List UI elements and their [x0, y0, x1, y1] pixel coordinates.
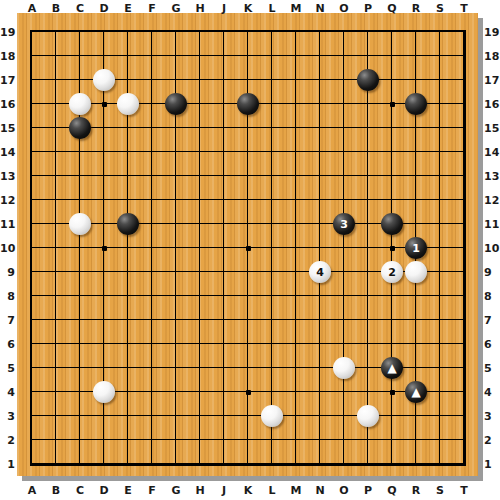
coord-left-13: 13 [0, 170, 15, 183]
coord-right-12: 12 [484, 194, 500, 207]
coord-right-5: 5 [484, 362, 500, 375]
coord-bottom-S: S [428, 484, 452, 497]
coord-bottom-K: K [236, 484, 260, 497]
coord-right-11: 11 [484, 218, 500, 231]
stone-R9-white[interactable] [405, 261, 427, 283]
coord-right-16: 16 [484, 98, 500, 111]
coord-right-3: 3 [484, 410, 500, 423]
coord-right-18: 18 [484, 50, 500, 63]
coord-right-10: 10 [484, 242, 500, 255]
coord-top-N: N [308, 2, 332, 15]
coord-top-Q: Q [380, 2, 404, 15]
coord-left-11: 11 [0, 218, 15, 231]
coord-left-18: 18 [0, 50, 15, 63]
stone-L3-white[interactable] [261, 405, 283, 427]
coord-right-8: 8 [484, 290, 500, 303]
coord-bottom-T: T [452, 484, 476, 497]
coord-top-D: D [92, 2, 116, 15]
stone-G16-black[interactable] [165, 93, 187, 115]
coord-top-M: M [284, 2, 308, 15]
coord-right-9: 9 [484, 266, 500, 279]
star-point-D16 [102, 102, 107, 107]
coord-bottom-P: P [356, 484, 380, 497]
coord-left-12: 12 [0, 194, 15, 207]
coord-bottom-O: O [332, 484, 356, 497]
coord-top-G: G [164, 2, 188, 15]
coord-left-9: 9 [0, 266, 15, 279]
coord-bottom-C: C [68, 484, 92, 497]
coord-bottom-B: B [44, 484, 68, 497]
star-point-Q16 [390, 102, 395, 107]
stone-K16-black[interactable] [237, 93, 259, 115]
coord-left-15: 15 [0, 122, 15, 135]
star-point-K4 [246, 390, 251, 395]
coord-left-14: 14 [0, 146, 15, 159]
coord-left-8: 8 [0, 290, 15, 303]
stone-R10-black[interactable]: 1 [405, 237, 427, 259]
stone-Q5-black[interactable]: ▲ [381, 357, 403, 379]
move-number-label: 4 [309, 261, 331, 283]
stone-D17-white[interactable] [93, 69, 115, 91]
coord-left-16: 16 [0, 98, 15, 111]
stone-C11-white[interactable] [69, 213, 91, 235]
star-point-K10 [246, 246, 251, 251]
coord-bottom-J: J [212, 484, 236, 497]
coord-bottom-M: M [284, 484, 308, 497]
coord-left-7: 7 [0, 314, 15, 327]
stone-R16-black[interactable] [405, 93, 427, 115]
stone-Q11-black[interactable] [381, 213, 403, 235]
coord-top-E: E [116, 2, 140, 15]
coord-left-1: 1 [0, 458, 15, 471]
stone-R4-black[interactable]: ▲ [405, 381, 427, 403]
coord-left-17: 17 [0, 74, 15, 87]
coord-top-F: F [140, 2, 164, 15]
stone-O5-white[interactable] [333, 357, 355, 379]
star-point-Q10 [390, 246, 395, 251]
move-number-label: 2 [381, 261, 403, 283]
coord-right-1: 1 [484, 458, 500, 471]
go-diagram: 3142▲▲ ABCDEFGHJKLMNOPQRST ABCDEFGHJKLMN… [0, 0, 500, 500]
coord-right-7: 7 [484, 314, 500, 327]
stone-Q9-white[interactable]: 2 [381, 261, 403, 283]
coord-bottom-D: D [92, 484, 116, 497]
coord-bottom-F: F [140, 484, 164, 497]
coord-left-5: 5 [0, 362, 15, 375]
coord-right-19: 19 [484, 26, 500, 39]
stone-C16-white[interactable] [69, 93, 91, 115]
goban: 3142▲▲ [17, 13, 478, 476]
coord-left-10: 10 [0, 242, 15, 255]
coord-top-J: J [212, 2, 236, 15]
triangle-mark-icon: ▲ [381, 357, 403, 379]
coord-top-T: T [452, 2, 476, 15]
coord-top-P: P [356, 2, 380, 15]
coord-left-3: 3 [0, 410, 15, 423]
stone-C15-black[interactable] [69, 117, 91, 139]
stone-O11-black[interactable]: 3 [333, 213, 355, 235]
coord-right-2: 2 [484, 434, 500, 447]
coord-top-K: K [236, 2, 260, 15]
coord-bottom-R: R [404, 484, 428, 497]
stone-E16-white[interactable] [117, 93, 139, 115]
coord-top-S: S [428, 2, 452, 15]
coord-right-4: 4 [484, 386, 500, 399]
coord-top-L: L [260, 2, 284, 15]
coord-left-2: 2 [0, 434, 15, 447]
move-number-label: 1 [405, 237, 427, 259]
coord-bottom-N: N [308, 484, 332, 497]
coord-right-17: 17 [484, 74, 500, 87]
star-point-Q4 [390, 390, 395, 395]
coord-right-14: 14 [484, 146, 500, 159]
stone-P3-white[interactable] [357, 405, 379, 427]
coord-bottom-A: A [20, 484, 44, 497]
coord-top-H: H [188, 2, 212, 15]
move-number-label: 3 [333, 213, 355, 235]
coord-left-6: 6 [0, 338, 15, 351]
coord-right-13: 13 [484, 170, 500, 183]
coord-right-15: 15 [484, 122, 500, 135]
coord-top-C: C [68, 2, 92, 15]
triangle-mark-icon: ▲ [405, 381, 427, 403]
board-grid[interactable]: 3142▲▲ [30, 30, 466, 466]
coord-top-A: A [20, 2, 44, 15]
coord-right-6: 6 [484, 338, 500, 351]
coord-left-19: 19 [0, 26, 15, 39]
stone-N9-white[interactable]: 4 [309, 261, 331, 283]
star-point-D10 [102, 246, 107, 251]
coord-bottom-L: L [260, 484, 284, 497]
coord-left-4: 4 [0, 386, 15, 399]
coord-bottom-E: E [116, 484, 140, 497]
stone-P17-black[interactable] [357, 69, 379, 91]
coord-bottom-G: G [164, 484, 188, 497]
stone-D4-white[interactable] [93, 381, 115, 403]
stone-E11-black[interactable] [117, 213, 139, 235]
coord-top-O: O [332, 2, 356, 15]
coord-bottom-H: H [188, 484, 212, 497]
coord-top-R: R [404, 2, 428, 15]
coord-top-B: B [44, 2, 68, 15]
coord-bottom-Q: Q [380, 484, 404, 497]
